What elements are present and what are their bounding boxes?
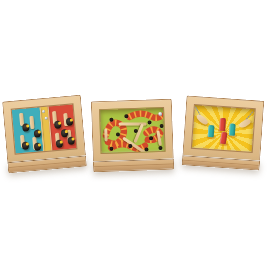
wood-frame [182, 95, 264, 160]
bug-yellow-dot [71, 137, 74, 140]
pendulum-skittles-field [191, 104, 256, 153]
bug-yellow-dot [58, 122, 61, 125]
bug-yellow-dot [26, 124, 29, 127]
bug-yellow-dot [38, 130, 41, 133]
snake-maze-box [91, 99, 174, 173]
skittle-pin [219, 118, 226, 131]
bug-yellow-dot [38, 143, 41, 146]
wood-frame [91, 99, 174, 162]
skittle-pin [229, 123, 236, 135]
snake-maze-field [99, 107, 166, 154]
skittle-pin [208, 125, 215, 137]
bug-yellow-dot [26, 142, 29, 145]
wooden-wall [104, 128, 107, 141]
product-photo [0, 0, 270, 270]
wood-frame [2, 95, 86, 163]
pendulum-skittles-box [182, 95, 265, 170]
bug-yellow-dot [60, 140, 63, 143]
bug-maze-field [11, 103, 78, 154]
bug-yellow-dot [70, 119, 73, 122]
bug-maze-box [2, 95, 87, 174]
wood-front-face [93, 159, 174, 173]
bug-yellow-dot [65, 130, 68, 133]
